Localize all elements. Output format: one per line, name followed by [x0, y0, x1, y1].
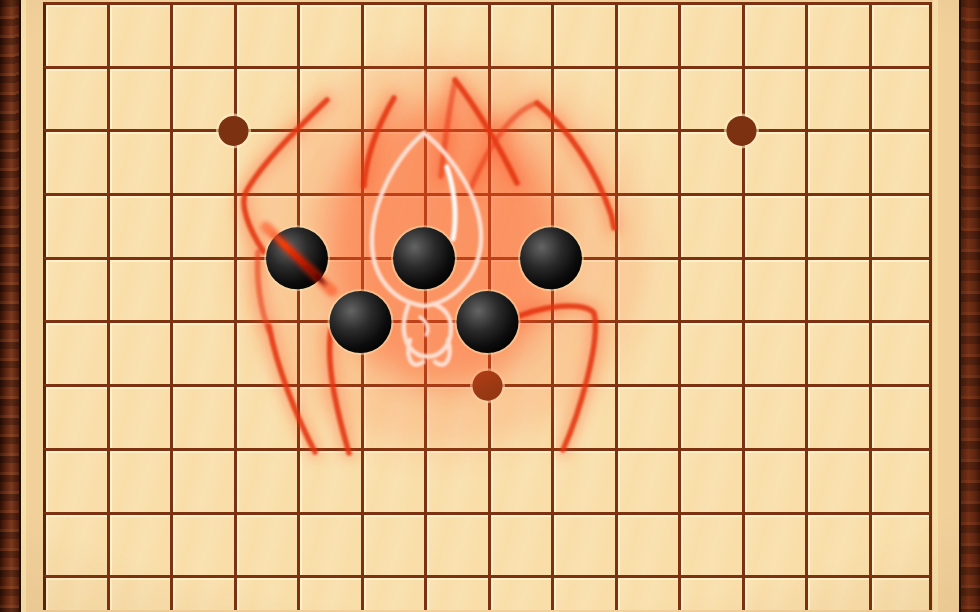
- board-cell: [869, 2, 933, 66]
- board-cell: [361, 512, 425, 576]
- board-cell: [107, 384, 171, 448]
- board-cell: [297, 129, 361, 193]
- board-cell: [488, 257, 552, 321]
- board-cell: [107, 448, 171, 512]
- board-cell: [170, 384, 234, 448]
- board-cell: [869, 448, 933, 512]
- board-cell: [424, 512, 488, 576]
- board-cell: [678, 320, 742, 384]
- board-cell: [615, 66, 679, 130]
- board-cell: [742, 384, 806, 448]
- board-cell: [551, 512, 615, 576]
- board-cell: [805, 384, 869, 448]
- board-cell: [43, 575, 107, 610]
- board-cell: [234, 575, 298, 610]
- board-cell: [43, 129, 107, 193]
- board-cell: [551, 2, 615, 66]
- board-cell: [551, 193, 615, 257]
- board-cell: [297, 2, 361, 66]
- board-cell: [234, 193, 298, 257]
- board-cell: [488, 2, 552, 66]
- board-cell: [678, 384, 742, 448]
- board-cell: [424, 384, 488, 448]
- board-cell: [107, 2, 171, 66]
- board-cell: [234, 448, 298, 512]
- frame-edge-line-right: [959, 0, 961, 612]
- board-cell: [678, 129, 742, 193]
- board-frame-right-wood: [961, 0, 980, 612]
- board-cell: [43, 384, 107, 448]
- board-cell: [170, 129, 234, 193]
- board-cell: [234, 257, 298, 321]
- board-cell: [297, 193, 361, 257]
- board-cell: [43, 2, 107, 66]
- board-cell: [615, 193, 679, 257]
- board-cell: [678, 193, 742, 257]
- board-cell: [678, 448, 742, 512]
- board-cell: [424, 575, 488, 610]
- board-cell: [107, 512, 171, 576]
- board-cell: [805, 2, 869, 66]
- board-cell: [742, 448, 806, 512]
- board-cell: [805, 575, 869, 610]
- board-cell: [43, 320, 107, 384]
- board-cell: [742, 320, 806, 384]
- board-cell: [107, 129, 171, 193]
- board-cell: [742, 2, 806, 66]
- board-cell: [869, 66, 933, 130]
- board-cell: [107, 257, 171, 321]
- board-cell: [424, 257, 488, 321]
- board-cell: [361, 384, 425, 448]
- board-cell: [43, 257, 107, 321]
- board-cell: [805, 320, 869, 384]
- board-cell: [488, 512, 552, 576]
- board-cell: [678, 512, 742, 576]
- board-cell: [678, 66, 742, 130]
- board-cell: [424, 129, 488, 193]
- board-cell: [424, 2, 488, 66]
- board-cell: [488, 320, 552, 384]
- frame-glint-right: [933, 0, 938, 612]
- board-cell: [424, 320, 488, 384]
- board-cell: [869, 257, 933, 321]
- board-cell: [615, 257, 679, 321]
- board-cell: [107, 320, 171, 384]
- board-cell: [551, 384, 615, 448]
- board-cell: [488, 448, 552, 512]
- board-cell: [170, 257, 234, 321]
- board-cell: [297, 512, 361, 576]
- board-cell: [234, 129, 298, 193]
- board-cell: [488, 575, 552, 610]
- board-cell: [361, 575, 425, 610]
- board-cell: [615, 2, 679, 66]
- board-cell: [234, 66, 298, 130]
- board-cell: [805, 129, 869, 193]
- board-cell: [869, 320, 933, 384]
- board-cell: [43, 448, 107, 512]
- board-cell: [361, 320, 425, 384]
- frame-glint-left: [21, 0, 26, 612]
- board-cell: [43, 193, 107, 257]
- board-cell: [234, 512, 298, 576]
- board-cell: [107, 575, 171, 610]
- board-cell: [742, 575, 806, 610]
- board-cell: [107, 193, 171, 257]
- board-cell: [869, 512, 933, 576]
- board-cell: [297, 320, 361, 384]
- board-grid[interactable]: [43, 2, 935, 611]
- board-cell: [170, 448, 234, 512]
- board-cell: [234, 384, 298, 448]
- board-cell: [615, 320, 679, 384]
- board-cell: [678, 257, 742, 321]
- board-frame-left-wood: [0, 0, 19, 612]
- board-cell: [170, 66, 234, 130]
- board-cell: [551, 257, 615, 321]
- board-cell: [424, 193, 488, 257]
- board-cell: [551, 448, 615, 512]
- board-cell: [297, 448, 361, 512]
- board-cell: [424, 66, 488, 130]
- board-cell: [742, 129, 806, 193]
- board-cell: [805, 512, 869, 576]
- board-cell: [297, 384, 361, 448]
- board-cell: [170, 512, 234, 576]
- board-cell: [805, 257, 869, 321]
- board-cell: [615, 448, 679, 512]
- board-cell: [361, 66, 425, 130]
- board-cell: [170, 575, 234, 610]
- board-cell: [361, 2, 425, 66]
- board-cell: [170, 2, 234, 66]
- board-cell: [551, 575, 615, 610]
- board-cell: [615, 129, 679, 193]
- board-cell: [170, 320, 234, 384]
- board-cell: [488, 384, 552, 448]
- board-cell: [551, 129, 615, 193]
- board-cell: [488, 193, 552, 257]
- board-cell: [107, 66, 171, 130]
- board-cell: [297, 257, 361, 321]
- board-cell: [615, 384, 679, 448]
- gomoku-board-screenshot: [0, 0, 980, 612]
- board-cell: [742, 66, 806, 130]
- board-cell: [805, 66, 869, 130]
- board-cell: [551, 66, 615, 130]
- board-cell: [869, 129, 933, 193]
- board-cell: [43, 66, 107, 130]
- board-cell: [297, 575, 361, 610]
- board-cell: [742, 512, 806, 576]
- board-cell: [869, 193, 933, 257]
- board-cell: [678, 575, 742, 610]
- board-cell: [805, 193, 869, 257]
- board-cell: [742, 257, 806, 321]
- board-cell: [234, 2, 298, 66]
- board-cell: [361, 129, 425, 193]
- board-cell: [488, 66, 552, 130]
- board-cell: [869, 384, 933, 448]
- board-cell: [869, 575, 933, 610]
- board-cell: [805, 448, 869, 512]
- board-cell: [551, 320, 615, 384]
- board-cell: [43, 512, 107, 576]
- board-cell: [615, 575, 679, 610]
- board-cell: [361, 448, 425, 512]
- board-cell: [488, 129, 552, 193]
- board-cell: [234, 320, 298, 384]
- board-cell: [361, 257, 425, 321]
- board-cell: [615, 512, 679, 576]
- board-cell: [170, 193, 234, 257]
- board-cell: [297, 66, 361, 130]
- board-cell: [742, 193, 806, 257]
- board-cell: [678, 2, 742, 66]
- board-cell: [424, 448, 488, 512]
- board-cell: [361, 193, 425, 257]
